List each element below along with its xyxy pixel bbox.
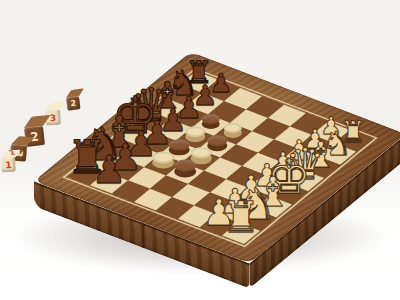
numeric-die-maple: 21 <box>0 144 15 173</box>
box-fold-seam <box>142 224 144 248</box>
numeric-die-maple: 3 <box>44 95 61 126</box>
die-front-face: 2 <box>66 96 80 110</box>
die-top-face <box>45 101 66 110</box>
numeric-die-walnut: 2 <box>64 83 80 110</box>
die-top-numeral: 2 <box>7 149 17 156</box>
die-numeral: 2 <box>70 99 77 109</box>
die-numeral: 1 <box>5 160 12 170</box>
die-front-face: 1 <box>1 158 16 173</box>
die-top-face <box>66 88 84 97</box>
box-fold-seam <box>328 199 330 223</box>
chess-set-product-photo: ♜♟♞♟♝♟♛♟♟♚♜♟♟♝♞♟♟♞♝♟♟♜♛♟♟♚♟♝♟♞♟♜ 232321 <box>0 0 400 300</box>
